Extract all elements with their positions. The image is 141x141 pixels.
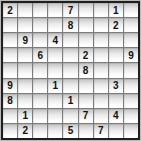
cell-r5c7[interactable] — [94, 63, 108, 77]
cell-r1c3[interactable] — [33, 3, 47, 17]
cell-r1c9[interactable] — [124, 3, 138, 17]
given-digit: 8 — [83, 65, 89, 76]
cell-r3c6[interactable] — [79, 33, 93, 47]
given-digit: 8 — [7, 95, 13, 106]
cell-r6c8[interactable]: 3 — [109, 79, 123, 93]
cell-r1c8[interactable]: 1 — [109, 3, 123, 17]
cell-r6c5[interactable] — [63, 79, 77, 93]
cell-r7c6[interactable] — [79, 94, 93, 108]
cell-r5c6[interactable]: 8 — [79, 63, 93, 77]
given-digit: 1 — [113, 5, 119, 16]
cell-r1c1[interactable]: 2 — [3, 3, 17, 17]
cell-r1c4[interactable] — [48, 3, 62, 17]
sudoku-board: 2718294629891381174257 — [0, 0, 141, 141]
cell-r4c9[interactable]: 9 — [124, 48, 138, 62]
cell-r1c2[interactable] — [18, 3, 32, 17]
cell-r2c6[interactable] — [79, 18, 93, 32]
cell-r5c4[interactable] — [48, 63, 62, 77]
cell-r8c2[interactable]: 1 — [18, 109, 32, 123]
cell-r2c3[interactable] — [33, 18, 47, 32]
cell-r2c5[interactable]: 8 — [63, 18, 77, 32]
cell-r7c8[interactable] — [109, 94, 123, 108]
cell-r8c8[interactable]: 4 — [109, 109, 123, 123]
given-digit: 4 — [113, 110, 119, 121]
cell-r5c8[interactable] — [109, 63, 123, 77]
given-digit: 1 — [53, 80, 59, 91]
cell-r8c4[interactable] — [48, 109, 62, 123]
given-digit: 3 — [113, 80, 119, 91]
cell-r4c1[interactable] — [3, 48, 17, 62]
given-digit: 7 — [68, 5, 74, 16]
cell-r5c3[interactable] — [33, 63, 47, 77]
cell-r4c2[interactable] — [18, 48, 32, 62]
given-digit: 1 — [22, 110, 28, 121]
cell-r3c5[interactable] — [63, 33, 77, 47]
cell-r3c9[interactable] — [124, 33, 138, 47]
cell-r3c7[interactable] — [94, 33, 108, 47]
given-digit: 2 — [83, 50, 89, 61]
cell-r5c1[interactable] — [3, 63, 17, 77]
cell-r8c7[interactable] — [94, 109, 108, 123]
given-digit: 7 — [98, 125, 104, 136]
cell-r5c2[interactable] — [18, 63, 32, 77]
cell-r7c2[interactable] — [18, 94, 32, 108]
cell-r6c3[interactable] — [33, 79, 47, 93]
cell-r6c4[interactable]: 1 — [48, 79, 62, 93]
cell-r4c3[interactable]: 6 — [33, 48, 47, 62]
cell-r3c1[interactable] — [3, 33, 17, 47]
cell-r6c9[interactable] — [124, 79, 138, 93]
given-digit: 2 — [113, 20, 119, 31]
cell-r7c4[interactable] — [48, 94, 62, 108]
cell-r8c9[interactable] — [124, 109, 138, 123]
given-digit: 2 — [7, 5, 13, 16]
cell-r2c9[interactable] — [124, 18, 138, 32]
given-digit: 2 — [22, 125, 28, 136]
given-digit: 9 — [22, 35, 28, 46]
cell-r3c2[interactable]: 9 — [18, 33, 32, 47]
cell-r5c5[interactable] — [63, 63, 77, 77]
given-digit: 9 — [7, 80, 13, 91]
given-digit: 5 — [68, 125, 74, 136]
cell-r3c8[interactable] — [109, 33, 123, 47]
cell-r7c7[interactable] — [94, 94, 108, 108]
cell-r9c6[interactable] — [79, 124, 93, 138]
cell-r9c5[interactable]: 5 — [63, 124, 77, 138]
cell-r1c6[interactable] — [79, 3, 93, 17]
cell-r9c2[interactable]: 2 — [18, 124, 32, 138]
cell-r9c7[interactable]: 7 — [94, 124, 108, 138]
cell-r6c6[interactable] — [79, 79, 93, 93]
cell-r7c9[interactable] — [124, 94, 138, 108]
cell-r4c6[interactable]: 2 — [79, 48, 93, 62]
given-digit: 4 — [53, 35, 59, 46]
cell-r2c8[interactable]: 2 — [109, 18, 123, 32]
cell-r8c3[interactable] — [33, 109, 47, 123]
cell-r6c7[interactable] — [94, 79, 108, 93]
cell-r5c9[interactable] — [124, 63, 138, 77]
cell-r9c9[interactable] — [124, 124, 138, 138]
cell-r7c3[interactable] — [33, 94, 47, 108]
cell-r1c7[interactable] — [94, 3, 108, 17]
cell-r1c5[interactable]: 7 — [63, 3, 77, 17]
cell-r8c5[interactable] — [63, 109, 77, 123]
cell-r4c7[interactable] — [94, 48, 108, 62]
cell-r9c8[interactable] — [109, 124, 123, 138]
given-digit: 8 — [68, 20, 74, 31]
cell-r2c4[interactable] — [48, 18, 62, 32]
sudoku-grid: 2718294629891381174257 — [3, 3, 138, 138]
cell-r3c3[interactable] — [33, 33, 47, 47]
cell-r4c8[interactable] — [109, 48, 123, 62]
cell-r2c7[interactable] — [94, 18, 108, 32]
cell-r7c5[interactable]: 1 — [63, 94, 77, 108]
given-digit: 7 — [83, 110, 89, 121]
cell-r2c1[interactable] — [3, 18, 17, 32]
cell-r3c4[interactable]: 4 — [48, 33, 62, 47]
cell-r9c3[interactable] — [33, 124, 47, 138]
cell-r8c1[interactable] — [3, 109, 17, 123]
cell-r8c6[interactable]: 7 — [79, 109, 93, 123]
given-digit: 1 — [68, 95, 74, 106]
cell-r2c2[interactable] — [18, 18, 32, 32]
cell-r9c1[interactable] — [3, 124, 17, 138]
cell-r9c4[interactable] — [48, 124, 62, 138]
cell-r6c1[interactable]: 9 — [3, 79, 17, 93]
cell-r7c1[interactable]: 8 — [3, 94, 17, 108]
cell-r6c2[interactable] — [18, 79, 32, 93]
cell-r4c5[interactable] — [63, 48, 77, 62]
given-digit: 9 — [128, 50, 134, 61]
cell-r4c4[interactable] — [48, 48, 62, 62]
given-digit: 6 — [37, 50, 43, 61]
